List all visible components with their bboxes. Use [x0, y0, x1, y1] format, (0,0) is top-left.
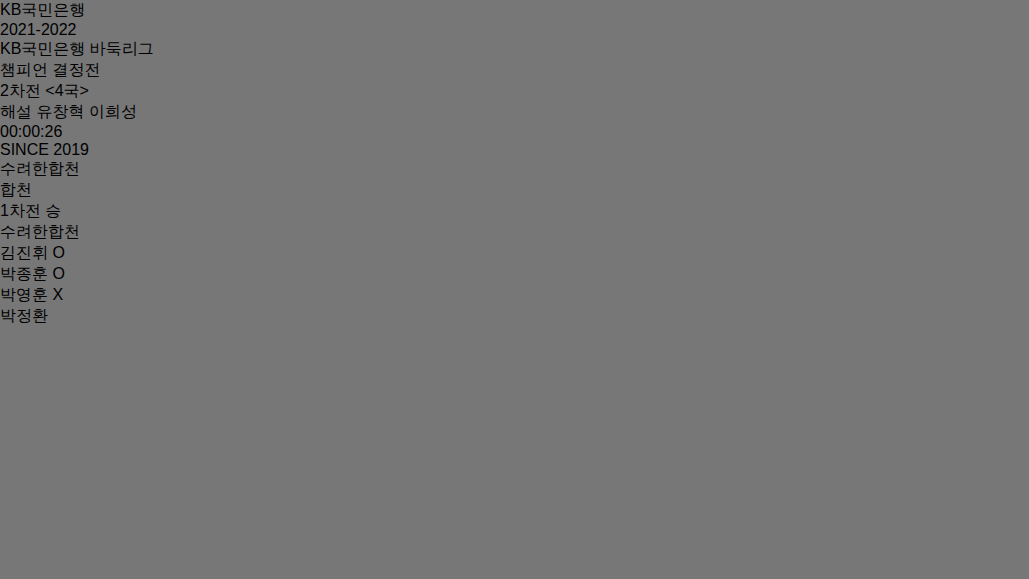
broadcast-screen: KB국민은행 2021-2022 KB국민은행 바둑리그 챔피언 결정전 2차전… — [0, 0, 1029, 579]
player-result: X — [52, 286, 63, 303]
shield-bottom-label: 합천 — [0, 180, 233, 201]
hapcheon-team-shield: SINCE 2019 수려한합천 합천 — [0, 141, 233, 201]
player-name: 김진휘 — [0, 244, 48, 261]
series-status: 1차전 승 — [0, 201, 233, 222]
commentary-bar: 해설 유창혁 이희성 — [0, 102, 233, 123]
left-clock: 00:00:26 — [0, 123, 233, 141]
left-player-video: KB국민은행 — [0, 0, 233, 21]
player-result: O — [52, 265, 64, 282]
event-title: 챔피언 결정전 — [0, 60, 233, 81]
left-panel: KB국민은행 2021-2022 KB국민은행 바둑리그 챔피언 결정전 2차전… — [0, 0, 233, 579]
player-row: 김진휘 O — [0, 243, 233, 264]
commentator-names: 유창혁 이희성 — [36, 103, 136, 120]
player-row: 박영훈 X — [0, 285, 233, 306]
player-name: 박종훈 — [0, 265, 48, 282]
player-row: 박종훈 O — [0, 264, 233, 285]
shield-team-name: 수려한합천 — [0, 159, 233, 180]
player-row-active: 박정환 — [0, 306, 233, 327]
left-roster: 김진휘 O 박종훈 O 박영훈 X 박정환 — [0, 243, 233, 327]
round-bar: 2차전 <4국> — [0, 81, 233, 102]
commentary-label: 해설 — [0, 103, 32, 120]
season-label: 2021-2022 — [0, 21, 233, 39]
player-name: 박영훈 — [0, 286, 48, 303]
kb-plaque: KB국민은행 — [0, 0, 233, 21]
tournament-info-card: 2021-2022 KB국민은행 바둑리그 챔피언 결정전 — [0, 21, 233, 81]
shield-since-label: SINCE 2019 — [0, 141, 233, 159]
player-name: 박정환 — [0, 307, 48, 324]
player-result: O — [52, 244, 64, 261]
left-team-name-bar: 수려한합천 — [0, 222, 233, 243]
league-title: KB국민은행 바둑리그 — [0, 39, 233, 60]
